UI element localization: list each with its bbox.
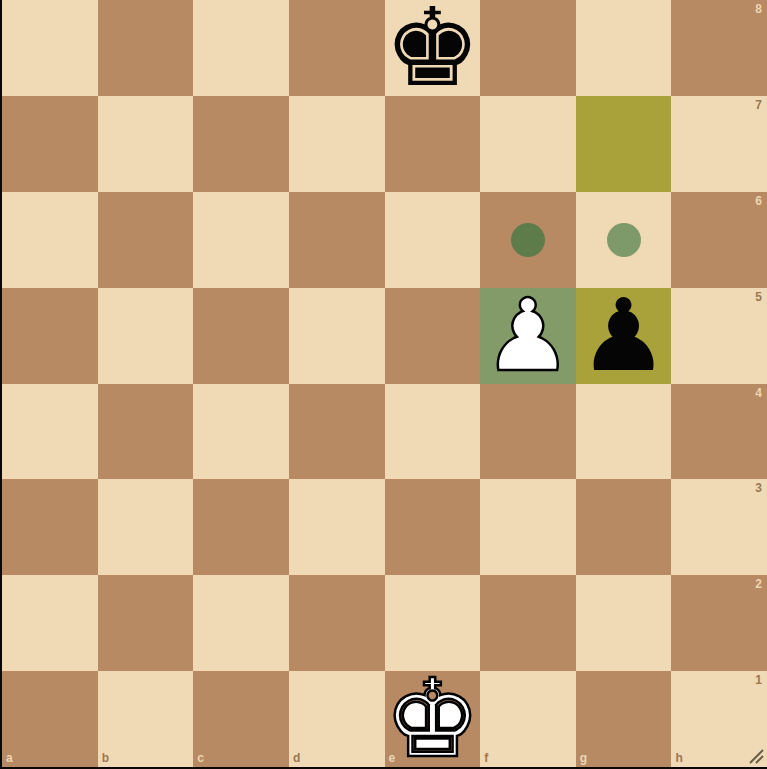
file-label-d: d	[293, 751, 300, 765]
square-f1[interactable]: f	[480, 671, 576, 767]
square-g7[interactable]	[576, 96, 672, 192]
square-d2[interactable]	[289, 575, 385, 671]
square-c3[interactable]	[193, 479, 289, 575]
square-g2[interactable]	[576, 575, 672, 671]
square-e6[interactable]	[385, 192, 481, 288]
rank-label-6: 6	[755, 194, 762, 208]
square-b3[interactable]	[98, 479, 194, 575]
square-g3[interactable]	[576, 479, 672, 575]
square-h3[interactable]: 3	[671, 479, 767, 575]
black-king[interactable]: ♚	[385, 0, 481, 96]
chess-app-screen: ♚876♟♟5432abcde♚fgh1	[0, 0, 767, 769]
square-e5[interactable]	[385, 288, 481, 384]
square-f3[interactable]	[480, 479, 576, 575]
square-e1[interactable]: e♚	[385, 671, 481, 767]
square-b1[interactable]: b	[98, 671, 194, 767]
square-f8[interactable]	[480, 0, 576, 96]
board-resize-handle[interactable]	[746, 746, 766, 766]
square-e4[interactable]	[385, 384, 481, 480]
square-a6[interactable]	[2, 192, 98, 288]
file-label-c: c	[197, 751, 204, 765]
square-h4[interactable]: 4	[671, 384, 767, 480]
square-h7[interactable]: 7	[671, 96, 767, 192]
square-e7[interactable]	[385, 96, 481, 192]
chess-board: ♚876♟♟5432abcde♚fgh1	[2, 0, 767, 767]
square-a4[interactable]	[2, 384, 98, 480]
move-dest-dot-f6[interactable]	[511, 223, 545, 257]
square-h6[interactable]: 6	[671, 192, 767, 288]
square-e8[interactable]: ♚	[385, 0, 481, 96]
square-g8[interactable]	[576, 0, 672, 96]
square-f4[interactable]	[480, 384, 576, 480]
square-e3[interactable]	[385, 479, 481, 575]
square-h8[interactable]: 8	[671, 0, 767, 96]
square-g1[interactable]: g	[576, 671, 672, 767]
rank-label-7: 7	[755, 98, 762, 112]
square-a3[interactable]	[2, 479, 98, 575]
square-h5[interactable]: 5	[671, 288, 767, 384]
square-g4[interactable]	[576, 384, 672, 480]
square-b2[interactable]	[98, 575, 194, 671]
square-a2[interactable]	[2, 575, 98, 671]
file-label-a: a	[6, 751, 13, 765]
square-b7[interactable]	[98, 96, 194, 192]
rank-label-2: 2	[755, 577, 762, 591]
square-c5[interactable]	[193, 288, 289, 384]
file-label-h: h	[675, 751, 682, 765]
square-b8[interactable]	[98, 0, 194, 96]
rank-label-8: 8	[755, 2, 762, 16]
square-d6[interactable]	[289, 192, 385, 288]
square-c8[interactable]	[193, 0, 289, 96]
square-f7[interactable]	[480, 96, 576, 192]
file-label-b: b	[102, 751, 109, 765]
square-d5[interactable]	[289, 288, 385, 384]
rank-label-1: 1	[755, 673, 762, 687]
square-f5[interactable]: ♟	[480, 288, 576, 384]
square-b5[interactable]	[98, 288, 194, 384]
rank-label-5: 5	[755, 290, 762, 304]
move-dest-dot-g6[interactable]	[607, 223, 641, 257]
file-label-g: g	[580, 751, 587, 765]
square-g6[interactable]	[576, 192, 672, 288]
square-d8[interactable]	[289, 0, 385, 96]
rank-label-4: 4	[755, 386, 762, 400]
resize-grip-icon	[746, 746, 766, 766]
square-f2[interactable]	[480, 575, 576, 671]
square-f6[interactable]	[480, 192, 576, 288]
square-d4[interactable]	[289, 384, 385, 480]
square-b6[interactable]	[98, 192, 194, 288]
white-king[interactable]: ♚	[385, 671, 481, 767]
square-a5[interactable]	[2, 288, 98, 384]
file-label-f: f	[484, 751, 488, 765]
square-c4[interactable]	[193, 384, 289, 480]
square-a8[interactable]	[2, 0, 98, 96]
square-b4[interactable]	[98, 384, 194, 480]
black-pawn[interactable]: ♟	[576, 288, 672, 384]
square-a7[interactable]	[2, 96, 98, 192]
square-d1[interactable]: d	[289, 671, 385, 767]
square-h2[interactable]: 2	[671, 575, 767, 671]
square-a1[interactable]: a	[2, 671, 98, 767]
square-d7[interactable]	[289, 96, 385, 192]
square-c2[interactable]	[193, 575, 289, 671]
square-c7[interactable]	[193, 96, 289, 192]
white-pawn[interactable]: ♟	[480, 288, 576, 384]
square-g5[interactable]: ♟	[576, 288, 672, 384]
square-c6[interactable]	[193, 192, 289, 288]
rank-label-3: 3	[755, 481, 762, 495]
square-d3[interactable]	[289, 479, 385, 575]
square-c1[interactable]: c	[193, 671, 289, 767]
